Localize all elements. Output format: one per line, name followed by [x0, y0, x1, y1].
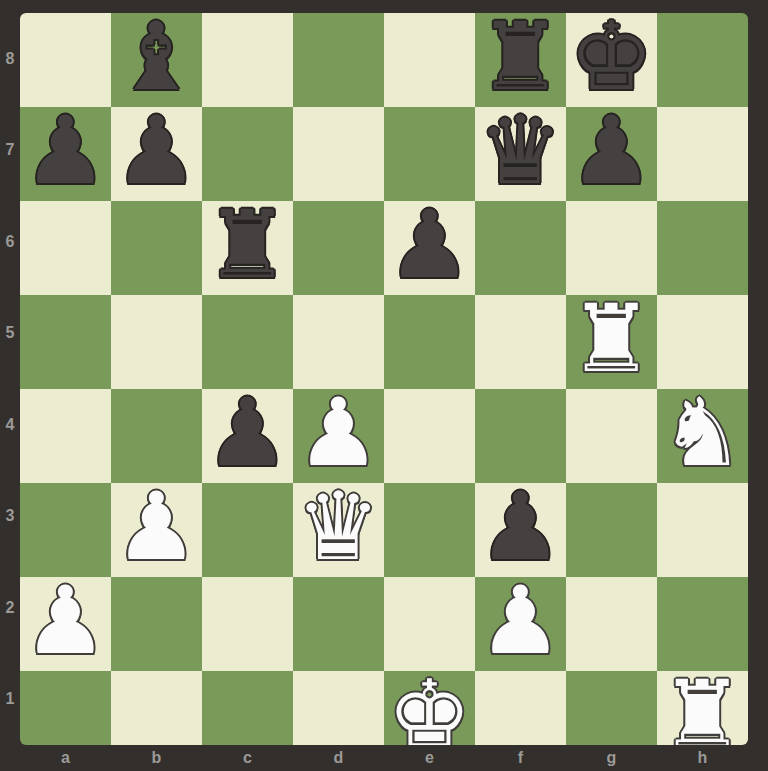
- square-h2[interactable]: [657, 577, 748, 671]
- square-a4[interactable]: [20, 389, 111, 483]
- square-c3[interactable]: [202, 483, 293, 577]
- square-b1[interactable]: [111, 671, 202, 745]
- square-d3[interactable]: ♛: [293, 483, 384, 577]
- square-f1[interactable]: [475, 671, 566, 745]
- white-pawn-f2[interactable]: ♟: [475, 574, 566, 668]
- square-d4[interactable]: ♟: [293, 389, 384, 483]
- rank-label-1: 1: [0, 654, 20, 746]
- file-label-g: g: [566, 745, 657, 771]
- white-pawn-b3[interactable]: ♟: [111, 480, 202, 574]
- rank-label-2: 2: [0, 562, 20, 654]
- square-f3[interactable]: ♟: [475, 483, 566, 577]
- square-b8[interactable]: ♝: [111, 13, 202, 107]
- square-h7[interactable]: [657, 107, 748, 201]
- square-d6[interactable]: [293, 201, 384, 295]
- square-a5[interactable]: [20, 295, 111, 389]
- square-b2[interactable]: [111, 577, 202, 671]
- square-e3[interactable]: [384, 483, 475, 577]
- square-e4[interactable]: [384, 389, 475, 483]
- file-label-f: f: [475, 745, 566, 771]
- square-h6[interactable]: [657, 201, 748, 295]
- square-h3[interactable]: [657, 483, 748, 577]
- black-pawn-c4[interactable]: ♟: [202, 386, 293, 480]
- white-knight-h4[interactable]: ♞: [657, 386, 748, 480]
- white-pawn-a2[interactable]: ♟: [20, 574, 111, 668]
- square-g3[interactable]: [566, 483, 657, 577]
- file-label-h: h: [657, 745, 748, 771]
- white-rook-h1[interactable]: ♜: [657, 668, 748, 745]
- square-e6[interactable]: ♟: [384, 201, 475, 295]
- square-f5[interactable]: [475, 295, 566, 389]
- square-d5[interactable]: [293, 295, 384, 389]
- square-h8[interactable]: [657, 13, 748, 107]
- square-f4[interactable]: [475, 389, 566, 483]
- square-c2[interactable]: [202, 577, 293, 671]
- square-a2[interactable]: ♟: [20, 577, 111, 671]
- file-label-c: c: [202, 745, 293, 771]
- black-pawn-f3[interactable]: ♟: [475, 480, 566, 574]
- black-pawn-e6[interactable]: ♟: [384, 198, 475, 292]
- square-a8[interactable]: [20, 13, 111, 107]
- black-pawn-g7[interactable]: ♟: [566, 104, 657, 198]
- square-d8[interactable]: [293, 13, 384, 107]
- square-c4[interactable]: ♟: [202, 389, 293, 483]
- square-c1[interactable]: [202, 671, 293, 745]
- square-g5[interactable]: ♜: [566, 295, 657, 389]
- square-a1[interactable]: [20, 671, 111, 745]
- square-h1[interactable]: ♜: [657, 671, 748, 745]
- square-g7[interactable]: ♟: [566, 107, 657, 201]
- rank-label-4: 4: [0, 379, 20, 471]
- square-g2[interactable]: [566, 577, 657, 671]
- white-king-e1[interactable]: ♚: [384, 668, 475, 745]
- square-f2[interactable]: ♟: [475, 577, 566, 671]
- file-label-d: d: [293, 745, 384, 771]
- white-pawn-d4[interactable]: ♟: [293, 386, 384, 480]
- board: ♝♜♚♟♟♛♟♜♟♜♟♟♞♟♛♟♟♟♚♜: [20, 13, 748, 745]
- black-rook-f8[interactable]: ♜: [475, 13, 566, 104]
- black-king-g8[interactable]: ♚: [566, 13, 657, 104]
- square-h4[interactable]: ♞: [657, 389, 748, 483]
- square-b6[interactable]: [111, 201, 202, 295]
- square-c5[interactable]: [202, 295, 293, 389]
- square-d2[interactable]: [293, 577, 384, 671]
- square-f8[interactable]: ♜: [475, 13, 566, 107]
- rank-label-7: 7: [0, 105, 20, 197]
- chess-board-app: 87654321 ♝♜♚♟♟♛♟♜♟♜♟♟♞♟♛♟♟♟♚♜ abcdefgh: [0, 0, 768, 771]
- rank-label-3: 3: [0, 471, 20, 563]
- file-label-b: b: [111, 745, 202, 771]
- black-pawn-a7[interactable]: ♟: [20, 104, 111, 198]
- rank-label-6: 6: [0, 196, 20, 288]
- square-a7[interactable]: ♟: [20, 107, 111, 201]
- square-g1[interactable]: [566, 671, 657, 745]
- white-queen-d3[interactable]: ♛: [293, 480, 384, 574]
- black-pawn-b7[interactable]: ♟: [111, 104, 202, 198]
- square-a6[interactable]: [20, 201, 111, 295]
- square-f7[interactable]: ♛: [475, 107, 566, 201]
- square-b5[interactable]: [111, 295, 202, 389]
- square-e8[interactable]: [384, 13, 475, 107]
- square-b3[interactable]: ♟: [111, 483, 202, 577]
- square-f6[interactable]: [475, 201, 566, 295]
- square-c8[interactable]: [202, 13, 293, 107]
- white-rook-g5[interactable]: ♜: [566, 292, 657, 386]
- square-g8[interactable]: ♚: [566, 13, 657, 107]
- square-c6[interactable]: ♜: [202, 201, 293, 295]
- rank-label-5: 5: [0, 288, 20, 380]
- square-d7[interactable]: [293, 107, 384, 201]
- square-h5[interactable]: [657, 295, 748, 389]
- square-g4[interactable]: [566, 389, 657, 483]
- rank-label-8: 8: [0, 13, 20, 105]
- black-rook-c6[interactable]: ♜: [202, 198, 293, 292]
- square-d1[interactable]: [293, 671, 384, 745]
- square-g6[interactable]: [566, 201, 657, 295]
- file-label-a: a: [20, 745, 111, 771]
- black-bishop-b8[interactable]: ♝: [111, 13, 202, 104]
- square-b4[interactable]: [111, 389, 202, 483]
- square-a3[interactable]: [20, 483, 111, 577]
- rank-labels: 87654321: [0, 13, 20, 745]
- square-c7[interactable]: [202, 107, 293, 201]
- square-e2[interactable]: [384, 577, 475, 671]
- square-b7[interactable]: ♟: [111, 107, 202, 201]
- square-e1[interactable]: ♚: [384, 671, 475, 745]
- file-labels: abcdefgh: [20, 745, 748, 771]
- square-e7[interactable]: [384, 107, 475, 201]
- file-label-e: e: [384, 745, 475, 771]
- black-queen-f7[interactable]: ♛: [475, 104, 566, 198]
- square-e5[interactable]: [384, 295, 475, 389]
